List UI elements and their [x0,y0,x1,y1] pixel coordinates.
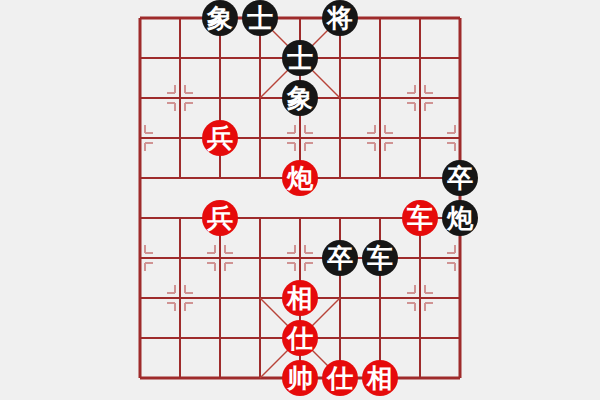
piece-black-advisor[interactable]: 士 [242,0,278,36]
piece-red-elephant[interactable]: 相 [282,280,318,316]
piece-black-soldier[interactable]: 卒 [442,160,478,196]
piece-red-advisor[interactable]: 仕 [282,320,318,356]
piece-black-soldier[interactable]: 卒 [322,240,358,276]
piece-black-advisor[interactable]: 士 [282,40,318,76]
piece-red-general[interactable]: 帅 [282,360,318,396]
piece-red-elephant[interactable]: 相 [362,360,398,396]
piece-grid[interactable]: 象士将士象兵炮卒兵车炮卒车相仕帅仕相 [120,0,480,398]
piece-black-elephant[interactable]: 象 [282,80,318,116]
piece-red-chariot[interactable]: 车 [402,200,438,236]
xiangqi-board: 象士将士象兵炮卒兵车炮卒车相仕帅仕相 [0,0,600,400]
piece-black-cannon[interactable]: 炮 [442,200,478,236]
piece-red-soldier[interactable]: 兵 [202,120,238,156]
piece-black-general[interactable]: 将 [322,0,358,36]
piece-red-soldier[interactable]: 兵 [202,200,238,236]
piece-red-advisor[interactable]: 仕 [322,360,358,396]
piece-black-elephant[interactable]: 象 [202,0,238,36]
piece-black-chariot[interactable]: 车 [362,240,398,276]
piece-red-cannon[interactable]: 炮 [282,160,318,196]
